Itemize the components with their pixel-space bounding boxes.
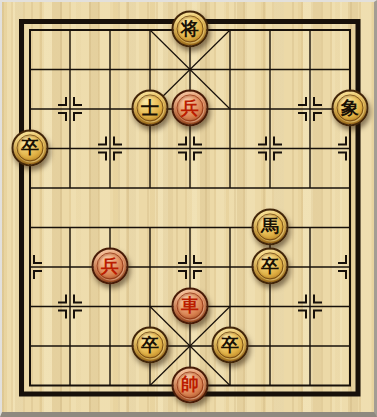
piece-red-chariot[interactable]: 車	[172, 287, 209, 324]
piece-glyph: 卒	[17, 134, 44, 161]
piece-glyph: 象	[337, 94, 364, 121]
piece-glyph: 車	[177, 292, 204, 319]
piece-red-soldier[interactable]: 兵	[172, 89, 209, 126]
piece-black-horse[interactable]: 馬	[252, 208, 289, 245]
piece-black-soldier[interactable]: 卒	[132, 326, 169, 363]
piece-red-general[interactable]: 帥	[172, 366, 209, 403]
game-window: 将士兵象卒馬兵卒車卒卒帥	[0, 0, 377, 417]
piece-black-elephant[interactable]: 象	[332, 89, 369, 126]
piece-black-soldier[interactable]: 卒	[252, 247, 289, 284]
piece-glyph: 将	[177, 15, 204, 42]
piece-black-soldier[interactable]: 卒	[12, 129, 49, 166]
piece-black-advisor[interactable]: 士	[132, 89, 169, 126]
piece-black-soldier[interactable]: 卒	[212, 326, 249, 363]
piece-glyph: 兵	[177, 94, 204, 121]
piece-glyph: 士	[137, 94, 164, 121]
board-grid	[2, 2, 374, 412]
piece-glyph: 卒	[257, 252, 284, 279]
piece-glyph: 馬	[257, 213, 284, 240]
piece-glyph: 帥	[177, 371, 204, 398]
xiangqi-board[interactable]: 将士兵象卒馬兵卒車卒卒帥	[2, 2, 374, 412]
piece-black-general[interactable]: 将	[172, 10, 209, 47]
piece-glyph: 兵	[97, 252, 124, 279]
piece-red-soldier[interactable]: 兵	[92, 247, 129, 284]
piece-glyph: 卒	[137, 331, 164, 358]
piece-glyph: 卒	[217, 331, 244, 358]
